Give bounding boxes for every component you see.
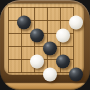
board-surface	[4, 3, 84, 75]
white-stone	[69, 15, 83, 29]
gomoku-app-icon[interactable]	[0, 0, 90, 90]
white-stone	[30, 54, 44, 68]
black-stone	[56, 54, 70, 68]
white-stone	[56, 28, 70, 42]
white-stone	[43, 67, 57, 81]
black-stone	[17, 15, 31, 29]
black-stone	[43, 41, 57, 55]
black-stone	[30, 28, 44, 42]
black-stone	[69, 67, 83, 81]
grid-lines	[8, 7, 74, 73]
screen-background	[0, 0, 90, 90]
stone-grid	[6, 5, 84, 83]
